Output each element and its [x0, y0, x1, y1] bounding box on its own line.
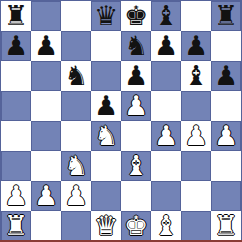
square-g3[interactable]	[181, 151, 211, 181]
piece-white-pawn[interactable]: ♟	[4, 181, 28, 211]
square-f7[interactable]: ♟	[151, 31, 181, 61]
square-h6[interactable]: ♟	[211, 61, 241, 91]
square-b1[interactable]	[31, 211, 61, 241]
square-c4[interactable]	[61, 121, 91, 151]
piece-black-pawn[interactable]: ♟	[94, 91, 118, 121]
square-c6[interactable]: ♞	[61, 61, 91, 91]
square-e2[interactable]	[121, 181, 151, 211]
square-e1[interactable]: ♚	[121, 211, 151, 241]
piece-white-pawn[interactable]: ♟	[124, 91, 148, 121]
square-a2[interactable]: ♟	[1, 181, 31, 211]
piece-white-pawn[interactable]: ♟	[64, 181, 88, 211]
piece-black-king[interactable]: ♚	[124, 1, 148, 31]
square-g7[interactable]: ♟	[181, 31, 211, 61]
square-g5[interactable]	[181, 91, 211, 121]
square-c2[interactable]: ♟	[61, 181, 91, 211]
square-c5[interactable]	[61, 91, 91, 121]
square-d6[interactable]	[91, 61, 121, 91]
square-h5[interactable]	[211, 91, 241, 121]
square-f4[interactable]: ♟	[151, 121, 181, 151]
square-d7[interactable]	[91, 31, 121, 61]
square-b4[interactable]	[31, 121, 61, 151]
square-h8[interactable]: ♜	[211, 1, 241, 31]
square-g2[interactable]	[181, 181, 211, 211]
square-c7[interactable]	[61, 31, 91, 61]
piece-white-rook[interactable]: ♜	[4, 211, 28, 241]
square-b7[interactable]: ♟	[31, 31, 61, 61]
square-c1[interactable]	[61, 211, 91, 241]
square-f6[interactable]	[151, 61, 181, 91]
piece-white-knight[interactable]: ♞	[94, 121, 118, 151]
piece-white-knight[interactable]: ♞	[64, 151, 88, 181]
square-b6[interactable]	[31, 61, 61, 91]
piece-white-bishop[interactable]: ♝	[124, 151, 148, 181]
piece-black-pawn[interactable]: ♟	[4, 31, 28, 61]
square-c8[interactable]	[61, 1, 91, 31]
piece-black-queen[interactable]: ♛	[94, 1, 118, 31]
square-e3[interactable]: ♝	[121, 151, 151, 181]
square-d4[interactable]: ♞	[91, 121, 121, 151]
square-f5[interactable]	[151, 91, 181, 121]
square-e7[interactable]: ♞	[121, 31, 151, 61]
chess-board-wrapper: ♜♛♚♝♜♟♟♞♟♟♞♟♝♟♟♟♞♟♟♟♞♝♟♟♟♜♛♚♝♜	[0, 0, 242, 242]
piece-black-pawn[interactable]: ♟	[214, 61, 238, 91]
piece-black-rook[interactable]: ♜	[214, 1, 238, 31]
square-b3[interactable]	[31, 151, 61, 181]
piece-white-pawn[interactable]: ♟	[184, 121, 208, 151]
square-e4[interactable]	[121, 121, 151, 151]
piece-white-rook[interactable]: ♜	[214, 211, 238, 241]
square-h2[interactable]	[211, 181, 241, 211]
square-a3[interactable]	[1, 151, 31, 181]
square-g4[interactable]: ♟	[181, 121, 211, 151]
piece-black-rook[interactable]: ♜	[4, 1, 28, 31]
square-h7[interactable]	[211, 31, 241, 61]
square-h4[interactable]: ♟	[211, 121, 241, 151]
square-d2[interactable]	[91, 181, 121, 211]
square-g1[interactable]	[181, 211, 211, 241]
square-d8[interactable]: ♛	[91, 1, 121, 31]
square-f8[interactable]: ♝	[151, 1, 181, 31]
piece-black-knight[interactable]: ♞	[64, 61, 88, 91]
piece-white-queen[interactable]: ♛	[94, 211, 118, 241]
square-a7[interactable]: ♟	[1, 31, 31, 61]
piece-white-pawn[interactable]: ♟	[34, 181, 58, 211]
piece-black-bishop[interactable]: ♝	[154, 1, 178, 31]
square-a4[interactable]	[1, 121, 31, 151]
piece-black-pawn[interactable]: ♟	[154, 31, 178, 61]
piece-white-king[interactable]: ♚	[124, 211, 148, 241]
square-a1[interactable]: ♜	[1, 211, 31, 241]
square-e5[interactable]: ♟	[121, 91, 151, 121]
square-g6[interactable]: ♝	[181, 61, 211, 91]
square-a6[interactable]	[1, 61, 31, 91]
square-f3[interactable]	[151, 151, 181, 181]
square-f1[interactable]: ♝	[151, 211, 181, 241]
square-e8[interactable]: ♚	[121, 1, 151, 31]
square-b8[interactable]	[31, 1, 61, 31]
piece-black-bishop[interactable]: ♝	[184, 61, 208, 91]
square-d1[interactable]: ♛	[91, 211, 121, 241]
square-d5[interactable]: ♟	[91, 91, 121, 121]
square-d3[interactable]	[91, 151, 121, 181]
piece-black-pawn[interactable]: ♟	[34, 31, 58, 61]
square-f2[interactable]	[151, 181, 181, 211]
square-a8[interactable]: ♜	[1, 1, 31, 31]
square-b2[interactable]: ♟	[31, 181, 61, 211]
square-g8[interactable]	[181, 1, 211, 31]
piece-black-pawn[interactable]: ♟	[184, 31, 208, 61]
square-e6[interactable]: ♟	[121, 61, 151, 91]
square-h3[interactable]	[211, 151, 241, 181]
piece-white-pawn[interactable]: ♟	[154, 121, 178, 151]
piece-white-pawn[interactable]: ♟	[214, 121, 238, 151]
square-a5[interactable]	[1, 91, 31, 121]
piece-white-bishop[interactable]: ♝	[154, 211, 178, 241]
piece-black-knight[interactable]: ♞	[124, 31, 148, 61]
piece-black-pawn[interactable]: ♟	[124, 61, 148, 91]
chess-board: ♜♛♚♝♜♟♟♞♟♟♞♟♝♟♟♟♞♟♟♟♞♝♟♟♟♜♛♚♝♜	[0, 0, 242, 242]
square-c3[interactable]: ♞	[61, 151, 91, 181]
square-h1[interactable]: ♜	[211, 211, 241, 241]
square-b5[interactable]	[31, 91, 61, 121]
